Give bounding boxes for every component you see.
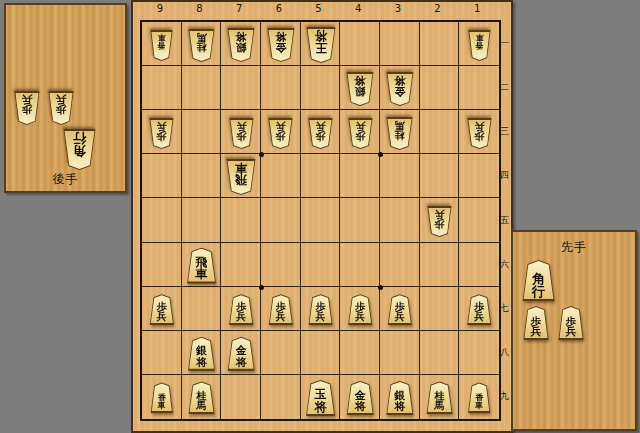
file-label-2: 2 bbox=[428, 3, 448, 14]
koma-kanji: 香車 bbox=[151, 383, 172, 411]
piece-gote-pawn-43[interactable]: 歩兵 bbox=[348, 118, 373, 149]
koma-kanji: 歩兵 bbox=[49, 93, 73, 124]
koma-body: 歩兵 bbox=[427, 206, 452, 237]
piece-sente-pawn-47[interactable]: 歩兵 bbox=[348, 294, 373, 325]
gote-hand-tray: 後手 歩兵歩兵角行 bbox=[4, 3, 127, 193]
square-44[interactable] bbox=[340, 154, 380, 198]
koma-kanji: 金将 bbox=[268, 30, 294, 61]
koma-kanji: 歩兵 bbox=[428, 208, 451, 236]
piece-gote-pawn-73[interactable]: 歩兵 bbox=[229, 118, 254, 149]
koma-body: 角行 bbox=[63, 129, 96, 170]
koma-kanji: 桂馬 bbox=[189, 382, 214, 412]
koma-body: 歩兵 bbox=[229, 294, 254, 325]
koma-body: 歩兵 bbox=[229, 118, 254, 149]
koma-kanji: 銀将 bbox=[228, 30, 254, 61]
koma-body: 歩兵 bbox=[467, 294, 492, 325]
piece-sente-pawn-67[interactable]: 歩兵 bbox=[268, 294, 293, 325]
koma-body: 桂馬 bbox=[188, 381, 215, 414]
koma-body: 歩兵 bbox=[348, 294, 373, 325]
koma-body: 歩兵 bbox=[467, 118, 492, 149]
koma-kanji: 桂馬 bbox=[427, 382, 452, 412]
koma-body: 飛車 bbox=[226, 159, 256, 195]
square-26[interactable] bbox=[420, 243, 460, 287]
koma-kanji: 歩兵 bbox=[468, 120, 491, 148]
koma-kanji: 歩兵 bbox=[309, 295, 332, 323]
square-87[interactable] bbox=[182, 287, 222, 331]
koma-kanji: 歩兵 bbox=[349, 120, 372, 148]
koma-kanji: 銀将 bbox=[189, 338, 215, 369]
square-22[interactable] bbox=[420, 66, 460, 110]
square-56[interactable] bbox=[301, 243, 341, 287]
koma-kanji: 歩兵 bbox=[309, 120, 332, 148]
koma-body: 香車 bbox=[150, 30, 173, 61]
square-98[interactable] bbox=[142, 331, 182, 375]
koma-kanji: 香車 bbox=[469, 383, 490, 411]
square-64[interactable] bbox=[261, 154, 301, 198]
square-15[interactable] bbox=[459, 198, 499, 242]
square-96[interactable] bbox=[142, 243, 182, 287]
koma-body: 歩兵 bbox=[149, 118, 174, 149]
square-94[interactable] bbox=[142, 154, 182, 198]
square-34[interactable] bbox=[380, 154, 420, 198]
square-52[interactable] bbox=[301, 66, 341, 110]
koma-body: 歩兵 bbox=[149, 294, 174, 325]
koma-body: 歩兵 bbox=[348, 118, 373, 149]
koma-body: 玉将 bbox=[306, 380, 336, 416]
piece-gote-pawn[interactable]: 歩兵 bbox=[14, 91, 40, 125]
square-76[interactable] bbox=[221, 243, 261, 287]
koma-kanji: 歩兵 bbox=[230, 295, 253, 323]
file-label-9: 9 bbox=[150, 3, 170, 14]
piece-sente-silver-88[interactable]: 銀将 bbox=[188, 337, 216, 371]
koma-body: 歩兵 bbox=[308, 118, 333, 149]
square-38[interactable] bbox=[380, 331, 420, 375]
koma-kanji: 飛車 bbox=[227, 161, 255, 194]
square-68[interactable] bbox=[261, 331, 301, 375]
piece-gote-knight-81[interactable]: 桂馬 bbox=[188, 29, 215, 62]
shogi-board: 987654321 一二三四五六七八九 香車桂馬銀将金将王将香車銀将金将歩兵歩兵… bbox=[131, 0, 513, 433]
piece-gote-pawn-53[interactable]: 歩兵 bbox=[308, 118, 333, 149]
square-23[interactable] bbox=[420, 110, 460, 154]
shogi-app: 後手 歩兵歩兵角行 987654321 一二三四五六七八九 香車桂馬銀将金将王将… bbox=[0, 0, 640, 433]
koma-body: 銀将 bbox=[386, 381, 414, 415]
koma-kanji: 角行 bbox=[523, 261, 554, 299]
file-coordinates: 987654321 bbox=[140, 2, 497, 19]
square-21[interactable] bbox=[420, 22, 460, 66]
koma-kanji: 歩兵 bbox=[15, 93, 39, 124]
koma-kanji: 金将 bbox=[347, 382, 373, 413]
koma-body: 歩兵 bbox=[308, 294, 333, 325]
koma-kanji: 歩兵 bbox=[349, 295, 372, 323]
square-45[interactable] bbox=[340, 198, 380, 242]
koma-body: 香車 bbox=[468, 382, 491, 413]
koma-body: 香車 bbox=[468, 30, 491, 61]
piece-gote-knight-33[interactable]: 桂馬 bbox=[386, 117, 413, 150]
koma-kanji: 銀将 bbox=[347, 74, 373, 105]
koma-body: 桂馬 bbox=[386, 117, 413, 150]
file-label-5: 5 bbox=[309, 3, 329, 14]
piece-sente-knight-29[interactable]: 桂馬 bbox=[426, 381, 453, 414]
koma-body: 桂馬 bbox=[188, 29, 215, 62]
piece-gote-gold-61[interactable]: 金将 bbox=[267, 28, 295, 62]
square-28[interactable] bbox=[420, 331, 460, 375]
square-84[interactable] bbox=[182, 154, 222, 198]
koma-body: 銀将 bbox=[227, 28, 255, 62]
koma-body: 歩兵 bbox=[523, 306, 549, 340]
koma-body: 王将 bbox=[306, 27, 336, 63]
piece-sente-pawn-97[interactable]: 歩兵 bbox=[149, 294, 174, 325]
piece-gote-pawn[interactable]: 歩兵 bbox=[48, 91, 74, 125]
koma-body: 歩兵 bbox=[558, 306, 584, 340]
koma-kanji: 歩兵 bbox=[150, 295, 173, 323]
koma-body: 歩兵 bbox=[268, 294, 293, 325]
koma-body: 歩兵 bbox=[387, 294, 412, 325]
koma-body: 角行 bbox=[522, 260, 555, 301]
piece-sente-king-59[interactable]: 玉将 bbox=[306, 380, 336, 416]
square-54[interactable] bbox=[301, 154, 341, 198]
koma-kanji: 歩兵 bbox=[559, 307, 583, 338]
koma-kanji: 金将 bbox=[387, 74, 413, 105]
koma-kanji: 歩兵 bbox=[150, 120, 173, 148]
piece-gote-pawn-93[interactable]: 歩兵 bbox=[149, 118, 174, 149]
koma-body: 飛車 bbox=[187, 248, 217, 284]
piece-sente-pawn[interactable]: 歩兵 bbox=[558, 306, 584, 340]
square-36[interactable] bbox=[380, 243, 420, 287]
koma-kanji: 歩兵 bbox=[269, 120, 292, 148]
square-85[interactable] bbox=[182, 198, 222, 242]
piece-sente-silver-39[interactable]: 銀将 bbox=[386, 381, 414, 415]
square-58[interactable] bbox=[301, 331, 341, 375]
koma-kanji: 桂馬 bbox=[189, 31, 214, 61]
square-24[interactable] bbox=[420, 154, 460, 198]
piece-sente-gold-78[interactable]: 金将 bbox=[227, 337, 255, 371]
koma-kanji: 香車 bbox=[469, 32, 490, 60]
piece-sente-lance-99[interactable]: 香車 bbox=[150, 382, 173, 413]
koma-kanji: 歩兵 bbox=[230, 120, 253, 148]
piece-gote-lance-91[interactable]: 香車 bbox=[150, 30, 173, 61]
koma-kanji: 歩兵 bbox=[524, 307, 548, 338]
koma-kanji: 金将 bbox=[228, 338, 254, 369]
star-point bbox=[378, 285, 383, 290]
piece-gote-bishop[interactable]: 角行 bbox=[63, 129, 96, 170]
koma-body: 歩兵 bbox=[14, 91, 40, 125]
piece-sente-rook-86[interactable]: 飛車 bbox=[187, 248, 217, 284]
koma-kanji: 角行 bbox=[64, 131, 95, 169]
square-14[interactable] bbox=[459, 154, 499, 198]
square-48[interactable] bbox=[340, 331, 380, 375]
square-62[interactable] bbox=[261, 66, 301, 110]
piece-sente-pawn[interactable]: 歩兵 bbox=[523, 306, 549, 340]
star-point bbox=[259, 285, 264, 290]
piece-gote-pawn-13[interactable]: 歩兵 bbox=[467, 118, 492, 149]
square-72[interactable] bbox=[221, 66, 261, 110]
koma-body: 金将 bbox=[267, 28, 295, 62]
piece-gote-gold-32[interactable]: 金将 bbox=[386, 72, 414, 106]
koma-body: 金将 bbox=[386, 72, 414, 106]
piece-sente-pawn-77[interactable]: 歩兵 bbox=[229, 294, 254, 325]
file-label-1: 1 bbox=[467, 3, 487, 14]
koma-kanji: 玉将 bbox=[307, 381, 335, 414]
square-66[interactable] bbox=[261, 243, 301, 287]
square-69[interactable] bbox=[261, 375, 301, 419]
file-label-8: 8 bbox=[190, 3, 210, 14]
file-label-7: 7 bbox=[229, 3, 249, 14]
piece-gote-silver-71[interactable]: 銀将 bbox=[227, 28, 255, 62]
koma-kanji: 王将 bbox=[307, 29, 335, 62]
square-82[interactable] bbox=[182, 66, 222, 110]
piece-gote-silver-42[interactable]: 銀将 bbox=[346, 72, 374, 106]
file-label-3: 3 bbox=[388, 3, 408, 14]
piece-sente-pawn-57[interactable]: 歩兵 bbox=[308, 294, 333, 325]
koma-kanji: 飛車 bbox=[188, 249, 216, 282]
piece-sente-knight-89[interactable]: 桂馬 bbox=[188, 381, 215, 414]
koma-body: 歩兵 bbox=[48, 91, 74, 125]
file-label-6: 6 bbox=[269, 3, 289, 14]
piece-sente-lance-19[interactable]: 香車 bbox=[468, 382, 491, 413]
file-label-4: 4 bbox=[348, 3, 368, 14]
koma-kanji: 桂馬 bbox=[387, 119, 412, 149]
square-65[interactable] bbox=[261, 198, 301, 242]
sente-hand-tray: 先手 角行歩兵歩兵 bbox=[511, 230, 637, 431]
piece-gote-pawn-63[interactable]: 歩兵 bbox=[268, 118, 293, 149]
koma-kanji: 歩兵 bbox=[468, 295, 491, 323]
square-27[interactable] bbox=[420, 287, 460, 331]
koma-body: 香車 bbox=[150, 382, 173, 413]
koma-kanji: 歩兵 bbox=[269, 295, 292, 323]
square-83[interactable] bbox=[182, 110, 222, 154]
board-grid: 香車桂馬銀将金将王将香車銀将金将歩兵歩兵歩兵歩兵歩兵桂馬歩兵飛車歩兵飛車歩兵歩兵… bbox=[140, 20, 501, 421]
square-55[interactable] bbox=[301, 198, 341, 242]
square-18[interactable] bbox=[459, 331, 499, 375]
sente-label: 先手 bbox=[513, 239, 635, 256]
koma-body: 銀将 bbox=[188, 337, 216, 371]
square-12[interactable] bbox=[459, 66, 499, 110]
square-75[interactable] bbox=[221, 198, 261, 242]
square-41[interactable] bbox=[340, 22, 380, 66]
piece-sente-gold-49[interactable]: 金将 bbox=[346, 381, 374, 415]
gote-label: 後手 bbox=[6, 171, 125, 188]
piece-sente-bishop[interactable]: 角行 bbox=[522, 260, 555, 301]
koma-body: 桂馬 bbox=[426, 381, 453, 414]
koma-body: 歩兵 bbox=[268, 118, 293, 149]
koma-kanji: 香車 bbox=[151, 32, 172, 60]
square-35[interactable] bbox=[380, 198, 420, 242]
square-95[interactable] bbox=[142, 198, 182, 242]
piece-gote-lance-11[interactable]: 香車 bbox=[468, 30, 491, 61]
piece-gote-pawn-25[interactable]: 歩兵 bbox=[427, 206, 452, 237]
piece-gote-rook-74[interactable]: 飛車 bbox=[226, 159, 256, 195]
koma-kanji: 歩兵 bbox=[388, 295, 411, 323]
koma-body: 金将 bbox=[227, 337, 255, 371]
koma-body: 金将 bbox=[346, 381, 374, 415]
square-46[interactable] bbox=[340, 243, 380, 287]
piece-sente-pawn-17[interactable]: 歩兵 bbox=[467, 294, 492, 325]
koma-kanji: 銀将 bbox=[387, 382, 413, 413]
square-92[interactable] bbox=[142, 66, 182, 110]
piece-gote-king-51[interactable]: 王将 bbox=[306, 27, 336, 63]
piece-sente-pawn-37[interactable]: 歩兵 bbox=[387, 294, 412, 325]
square-31[interactable] bbox=[380, 22, 420, 66]
square-79[interactable] bbox=[221, 375, 261, 419]
koma-body: 銀将 bbox=[346, 72, 374, 106]
square-16[interactable] bbox=[459, 243, 499, 287]
